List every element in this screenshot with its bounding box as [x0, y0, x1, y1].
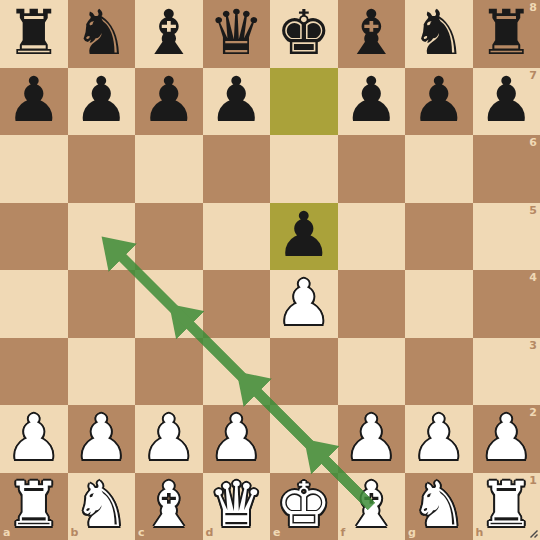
square-b1[interactable]: ♞b [68, 473, 136, 540]
piece-black-knight[interactable]: ♞ [73, 2, 129, 64]
square-b2[interactable]: ♟ [68, 405, 136, 473]
square-e2[interactable] [270, 405, 338, 473]
square-e3[interactable] [270, 338, 338, 406]
piece-black-bishop[interactable]: ♝ [343, 2, 399, 64]
square-g5[interactable] [405, 203, 473, 271]
square-c6[interactable] [135, 135, 203, 203]
square-b4[interactable] [68, 270, 136, 338]
square-a3[interactable] [0, 338, 68, 406]
piece-black-king[interactable]: ♚ [276, 2, 332, 64]
square-h8[interactable]: ♜8 [473, 0, 540, 68]
square-c7[interactable]: ♟ [135, 68, 203, 136]
square-g7[interactable]: ♟ [405, 68, 473, 136]
square-d1[interactable]: ♛d [203, 473, 271, 540]
square-g6[interactable] [405, 135, 473, 203]
square-g1[interactable]: ♞g [405, 473, 473, 540]
square-d3[interactable] [203, 338, 271, 406]
square-f8[interactable]: ♝ [338, 0, 406, 68]
square-c3[interactable] [135, 338, 203, 406]
square-g8[interactable]: ♞ [405, 0, 473, 68]
square-f5[interactable] [338, 203, 406, 271]
square-c1[interactable]: ♝c [135, 473, 203, 540]
square-b5[interactable] [68, 203, 136, 271]
coord-rank-3: 3 [529, 340, 537, 351]
piece-white-bishop[interactable]: ♝ [343, 474, 399, 536]
square-d5[interactable] [203, 203, 271, 271]
square-g4[interactable] [405, 270, 473, 338]
square-e1[interactable]: ♚e [270, 473, 338, 540]
square-d4[interactable] [203, 270, 271, 338]
square-f2[interactable]: ♟ [338, 405, 406, 473]
square-e5[interactable]: ♟ [270, 203, 338, 271]
square-d2[interactable]: ♟ [203, 405, 271, 473]
piece-black-pawn[interactable]: ♟ [478, 69, 534, 131]
piece-black-rook[interactable]: ♜ [6, 2, 62, 64]
coord-rank-6: 6 [529, 137, 537, 148]
piece-black-pawn[interactable]: ♟ [276, 204, 332, 266]
coord-rank-5: 5 [529, 205, 537, 216]
square-f7[interactable]: ♟ [338, 68, 406, 136]
piece-white-pawn[interactable]: ♟ [208, 407, 264, 469]
piece-black-pawn[interactable]: ♟ [208, 69, 264, 131]
piece-white-pawn[interactable]: ♟ [276, 272, 332, 334]
piece-white-king[interactable]: ♚ [276, 474, 332, 536]
square-c8[interactable]: ♝ [135, 0, 203, 68]
square-b8[interactable]: ♞ [68, 0, 136, 68]
square-f3[interactable] [338, 338, 406, 406]
square-d7[interactable]: ♟ [203, 68, 271, 136]
square-f4[interactable] [338, 270, 406, 338]
piece-black-pawn[interactable]: ♟ [73, 69, 129, 131]
square-e6[interactable] [270, 135, 338, 203]
square-b7[interactable]: ♟ [68, 68, 136, 136]
square-a5[interactable] [0, 203, 68, 271]
piece-white-pawn[interactable]: ♟ [343, 407, 399, 469]
piece-white-pawn[interactable]: ♟ [411, 407, 467, 469]
board-grid: ♜♞♝♛♚♝♞♜8♟♟♟♟♟♟♟76♟5♟43♟♟♟♟♟♟♟2♜a♞b♝c♛d♚… [0, 0, 540, 540]
square-b3[interactable] [68, 338, 136, 406]
coord-rank-4: 4 [529, 272, 537, 283]
square-b6[interactable] [68, 135, 136, 203]
square-a8[interactable]: ♜ [0, 0, 68, 68]
square-g2[interactable]: ♟ [405, 405, 473, 473]
square-a2[interactable]: ♟ [0, 405, 68, 473]
square-h4[interactable]: 4 [473, 270, 540, 338]
square-c2[interactable]: ♟ [135, 405, 203, 473]
square-a7[interactable]: ♟ [0, 68, 68, 136]
square-a6[interactable] [0, 135, 68, 203]
square-e7[interactable] [270, 68, 338, 136]
square-g3[interactable] [405, 338, 473, 406]
piece-white-rook[interactable]: ♜ [6, 474, 62, 536]
square-a1[interactable]: ♜a [0, 473, 68, 540]
square-h2[interactable]: ♟2 [473, 405, 540, 473]
piece-white-pawn[interactable]: ♟ [478, 407, 534, 469]
square-f1[interactable]: ♝f [338, 473, 406, 540]
piece-white-knight[interactable]: ♞ [73, 474, 129, 536]
piece-black-pawn[interactable]: ♟ [411, 69, 467, 131]
piece-white-knight[interactable]: ♞ [411, 474, 467, 536]
square-c5[interactable] [135, 203, 203, 271]
square-h5[interactable]: 5 [473, 203, 540, 271]
piece-black-pawn[interactable]: ♟ [6, 69, 62, 131]
square-h6[interactable]: 6 [473, 135, 540, 203]
piece-white-pawn[interactable]: ♟ [141, 407, 197, 469]
piece-black-pawn[interactable]: ♟ [141, 69, 197, 131]
square-e4[interactable]: ♟ [270, 270, 338, 338]
square-h3[interactable]: 3 [473, 338, 540, 406]
piece-black-pawn[interactable]: ♟ [343, 69, 399, 131]
resize-handle[interactable] [525, 525, 539, 539]
piece-black-queen[interactable]: ♛ [208, 2, 264, 64]
chess-board[interactable]: ♜♞♝♛♚♝♞♜8♟♟♟♟♟♟♟76♟5♟43♟♟♟♟♟♟♟2♜a♞b♝c♛d♚… [0, 0, 540, 540]
piece-white-pawn[interactable]: ♟ [6, 407, 62, 469]
square-d6[interactable] [203, 135, 271, 203]
square-h7[interactable]: ♟7 [473, 68, 540, 136]
square-e8[interactable]: ♚ [270, 0, 338, 68]
square-f6[interactable] [338, 135, 406, 203]
square-d8[interactable]: ♛ [203, 0, 271, 68]
square-a4[interactable] [0, 270, 68, 338]
square-c4[interactable] [135, 270, 203, 338]
piece-black-bishop[interactable]: ♝ [141, 2, 197, 64]
piece-white-pawn[interactable]: ♟ [73, 407, 129, 469]
piece-black-knight[interactable]: ♞ [411, 2, 467, 64]
piece-white-bishop[interactable]: ♝ [141, 474, 197, 536]
piece-white-queen[interactable]: ♛ [208, 474, 264, 536]
piece-black-rook[interactable]: ♜ [478, 2, 534, 64]
